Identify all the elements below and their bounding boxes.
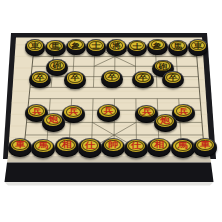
piece-face: 車 bbox=[190, 40, 206, 51]
piece-black-horse[interactable]: 馬 bbox=[45, 40, 66, 56]
piece-red-soldier[interactable]: 兵 bbox=[97, 104, 120, 122]
piece-black-chariot[interactable]: 車 bbox=[25, 39, 46, 55]
piece-red-cannon[interactable]: 炮 bbox=[42, 113, 65, 131]
piece-face: 卒 bbox=[165, 72, 182, 83]
piece-character: 車 bbox=[31, 42, 40, 49]
piece-face: 仕 bbox=[81, 139, 100, 151]
piece-red-chariot[interactable]: 車 bbox=[193, 138, 217, 157]
piece-face: 砲 bbox=[49, 60, 66, 71]
piece-character: 仕 bbox=[85, 141, 95, 149]
piece-face: 馬 bbox=[170, 41, 186, 52]
piece-character: 士 bbox=[133, 42, 142, 49]
pieces-layer: 車馬象士將士象馬車砲砲卒卒卒卒卒兵兵兵兵兵炮炮車馬相仕帥仕相馬車 bbox=[0, 0, 222, 222]
piece-red-cannon[interactable]: 炮 bbox=[154, 114, 177, 132]
piece-character: 卒 bbox=[70, 74, 79, 81]
piece-character: 兵 bbox=[32, 107, 41, 115]
piece-black-soldier[interactable]: 卒 bbox=[101, 70, 123, 87]
piece-face: 馬 bbox=[173, 140, 192, 152]
piece-character: 士 bbox=[92, 42, 101, 49]
piece-character: 兵 bbox=[142, 108, 151, 116]
piece-black-elephant[interactable]: 象 bbox=[66, 39, 87, 55]
piece-character: 馬 bbox=[38, 142, 48, 150]
piece-face: 車 bbox=[27, 40, 43, 51]
piece-character: 卒 bbox=[107, 73, 116, 80]
piece-character: 馬 bbox=[51, 42, 60, 49]
piece-character: 炮 bbox=[48, 116, 58, 124]
piece-character: 炮 bbox=[160, 117, 170, 125]
piece-face: 卒 bbox=[32, 72, 49, 83]
piece-face: 車 bbox=[196, 139, 215, 151]
xiangqi-set-photo: 車馬象士將士象馬車砲砲卒卒卒卒卒兵兵兵兵兵炮炮車馬相仕帥仕相馬車 bbox=[0, 0, 222, 222]
piece-character: 相 bbox=[154, 141, 164, 149]
piece-character: 象 bbox=[153, 41, 162, 48]
piece-face: 象 bbox=[149, 40, 165, 51]
piece-character: 相 bbox=[62, 141, 72, 149]
piece-face: 車 bbox=[11, 139, 30, 151]
piece-black-soldier[interactable]: 卒 bbox=[64, 71, 86, 88]
piece-face: 帥 bbox=[104, 139, 123, 151]
piece-red-advisor[interactable]: 仕 bbox=[78, 138, 102, 157]
piece-red-advisor[interactable]: 仕 bbox=[124, 139, 148, 158]
piece-black-soldier[interactable]: 卒 bbox=[162, 71, 184, 88]
piece-character: 車 bbox=[200, 141, 210, 149]
piece-face: 炮 bbox=[156, 115, 174, 127]
piece-character: 兵 bbox=[104, 107, 113, 115]
piece-character: 將 bbox=[112, 42, 121, 49]
piece-red-horse[interactable]: 馬 bbox=[31, 139, 55, 158]
piece-face: 馬 bbox=[47, 41, 63, 52]
piece-character: 車 bbox=[15, 141, 25, 149]
piece-face: 象 bbox=[68, 40, 84, 51]
piece-character: 帥 bbox=[108, 141, 118, 149]
piece-character: 象 bbox=[71, 41, 80, 48]
piece-black-chariot[interactable]: 車 bbox=[188, 39, 209, 55]
piece-face: 相 bbox=[57, 139, 76, 151]
piece-character: 馬 bbox=[178, 142, 188, 150]
piece-black-general[interactable]: 將 bbox=[106, 39, 127, 55]
piece-face: 士 bbox=[129, 41, 145, 52]
piece-face: 兵 bbox=[174, 105, 192, 117]
piece-character: 卒 bbox=[35, 74, 44, 81]
piece-black-elephant[interactable]: 象 bbox=[147, 39, 168, 55]
piece-character: 卒 bbox=[138, 74, 147, 81]
piece-character: 兵 bbox=[179, 107, 188, 115]
piece-face: 將 bbox=[109, 40, 125, 51]
piece-face: 兵 bbox=[138, 106, 156, 118]
piece-face: 馬 bbox=[34, 140, 53, 152]
piece-black-cannon[interactable]: 砲 bbox=[46, 59, 67, 76]
piece-red-elephant[interactable]: 相 bbox=[55, 137, 79, 156]
piece-red-soldier[interactable]: 兵 bbox=[62, 105, 85, 123]
piece-face: 仕 bbox=[127, 140, 146, 152]
piece-face: 兵 bbox=[28, 105, 46, 117]
piece-black-advisor[interactable]: 士 bbox=[86, 39, 107, 55]
piece-character: 馬 bbox=[173, 42, 182, 49]
piece-black-soldier[interactable]: 卒 bbox=[29, 71, 51, 88]
piece-character: 車 bbox=[194, 42, 203, 49]
piece-character: 砲 bbox=[159, 62, 168, 69]
piece-face: 相 bbox=[150, 139, 169, 151]
piece-face: 砲 bbox=[155, 61, 172, 72]
piece-character: 兵 bbox=[69, 108, 78, 116]
piece-face: 卒 bbox=[67, 72, 84, 83]
piece-red-chariot[interactable]: 車 bbox=[8, 138, 32, 157]
piece-black-horse[interactable]: 馬 bbox=[168, 40, 189, 56]
piece-black-soldier[interactable]: 卒 bbox=[132, 71, 154, 88]
piece-face: 炮 bbox=[44, 114, 62, 126]
piece-red-horse[interactable]: 馬 bbox=[171, 138, 195, 157]
piece-face: 兵 bbox=[64, 106, 82, 118]
piece-face: 兵 bbox=[99, 105, 117, 117]
piece-character: 砲 bbox=[53, 62, 62, 69]
piece-character: 卒 bbox=[168, 74, 177, 81]
piece-red-general[interactable]: 帥 bbox=[101, 138, 125, 157]
piece-face: 士 bbox=[88, 40, 104, 51]
piece-face: 卒 bbox=[135, 72, 152, 83]
piece-face: 卒 bbox=[104, 71, 121, 82]
piece-character: 仕 bbox=[131, 142, 141, 150]
piece-black-advisor[interactable]: 士 bbox=[127, 40, 148, 56]
piece-red-elephant[interactable]: 相 bbox=[147, 138, 171, 157]
